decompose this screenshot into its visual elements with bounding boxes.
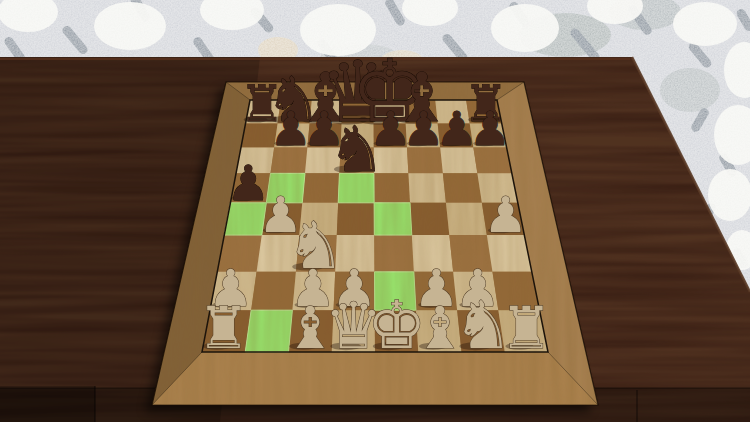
piece-white-rook-a1[interactable]: ♜ (198, 294, 250, 362)
game-screen: ♜♞♝♛♚♝♜♟♟♟♟♟♟♞♟♟♟♞♟♟♟♟♟♜♝♛♚♝♞♜ (0, 0, 750, 422)
piece-white-rook-h1[interactable]: ♜ (500, 294, 552, 362)
chess-3d-scene: ♜♞♝♛♚♝♜♟♟♟♟♟♟♞♟♟♟♞♟♟♟♟♟♜♝♛♚♝♞♜ (0, 0, 750, 422)
piece-black-knight-d6[interactable]: ♞ (328, 112, 385, 186)
piece-black-pawn-h7[interactable]: ♟ (469, 102, 511, 156)
table-corner-shade (0, 386, 95, 422)
piece-white-pawn-h4[interactable]: ♟ (483, 186, 527, 244)
